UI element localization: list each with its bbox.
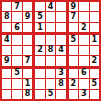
cell-r3c8: 2 (79, 23, 88, 32)
cell-r7c3[interactable] (23, 69, 32, 78)
cell-r3c4: 1 (35, 23, 44, 32)
cell-r6c8[interactable] (79, 56, 88, 65)
cell-r2c4: 5 (35, 12, 44, 21)
cell-r4c7: 5 (69, 35, 78, 44)
cell-r1c2: 7 (12, 2, 21, 11)
cell-r7c7[interactable] (69, 69, 78, 78)
cell-r4c3[interactable] (23, 35, 32, 44)
cell-r5c5: 8 (46, 46, 55, 55)
cell-r9c4[interactable] (35, 90, 44, 99)
cell-r4c1: 4 (2, 35, 11, 44)
cell-r6c4[interactable] (35, 56, 44, 65)
cell-r3c6[interactable] (56, 23, 65, 32)
cell-r4c6[interactable] (56, 35, 65, 44)
cell-r8c8[interactable] (79, 79, 88, 88)
cell-r4c5[interactable] (46, 35, 55, 44)
cell-r5c8[interactable] (79, 46, 88, 55)
cell-r6c1: 9 (2, 56, 11, 65)
cell-r1c3[interactable] (23, 2, 32, 11)
cell-r5c2[interactable] (12, 46, 21, 55)
cell-r9c2[interactable] (12, 90, 21, 99)
cell-r4c4[interactable] (35, 35, 44, 44)
cell-r9c6[interactable] (56, 90, 65, 99)
cell-r1c6[interactable] (56, 2, 65, 11)
cell-r8c4[interactable] (35, 79, 44, 88)
cell-r8c5[interactable] (46, 79, 55, 88)
cell-r5c7[interactable] (69, 46, 78, 55)
cell-r8c7: 2 (69, 79, 78, 88)
cell-r6c3: 7 (23, 56, 32, 65)
cell-r7c2: 5 (12, 69, 21, 78)
cell-r9c7[interactable] (69, 90, 78, 99)
cell-r7c8: 6 (79, 69, 88, 78)
cell-r4c8[interactable] (79, 35, 88, 44)
cell-r8c2[interactable] (12, 79, 21, 88)
cell-r1c1[interactable] (2, 2, 11, 11)
cell-r9c8: 3 (79, 90, 88, 99)
cell-r6c7[interactable] (69, 56, 78, 65)
cell-r9c9[interactable] (90, 90, 99, 99)
cell-r3c9[interactable] (90, 23, 99, 32)
sudoku-board: 74989576124512849725361825853 (0, 0, 101, 101)
cell-r3c1[interactable] (2, 23, 11, 32)
cell-r8c1[interactable] (2, 79, 11, 88)
cell-r3c7[interactable] (69, 23, 78, 32)
cell-r9c3: 8 (23, 90, 32, 99)
cell-r3c3[interactable] (23, 23, 32, 32)
cell-r9c1[interactable] (2, 90, 11, 99)
cell-r7c6: 3 (56, 69, 65, 78)
cell-r7c1[interactable] (2, 69, 11, 78)
cell-r3c2: 6 (12, 23, 21, 32)
cell-r1c7: 9 (69, 2, 78, 11)
cell-r9c5: 5 (46, 90, 55, 99)
cell-r1c8[interactable] (79, 2, 88, 11)
cell-r7c5[interactable] (46, 69, 55, 78)
cell-r2c1: 8 (2, 12, 11, 21)
cell-r1c9[interactable] (90, 2, 99, 11)
cell-r2c2[interactable] (12, 12, 21, 21)
cell-r1c4[interactable] (35, 2, 44, 11)
cell-r8c3: 1 (23, 79, 32, 88)
cell-r7c9[interactable] (90, 69, 99, 78)
cell-r5c6: 4 (56, 46, 65, 55)
cell-r2c8[interactable] (79, 12, 88, 21)
cell-r1c5: 4 (46, 2, 55, 11)
cell-r2c9[interactable] (90, 12, 99, 21)
cell-r2c3: 9 (23, 12, 32, 21)
cell-r5c4: 2 (35, 46, 44, 55)
cell-r6c9: 2 (90, 56, 99, 65)
cell-r4c2[interactable] (12, 35, 21, 44)
cell-r5c9[interactable] (90, 46, 99, 55)
cell-r4c9: 1 (90, 35, 99, 44)
cell-r8c9: 5 (90, 79, 99, 88)
cell-r7c4[interactable] (35, 69, 44, 78)
cell-r6c6[interactable] (56, 56, 65, 65)
cell-r8c6: 8 (56, 79, 65, 88)
cell-r2c6[interactable] (56, 12, 65, 21)
cell-r5c1[interactable] (2, 46, 11, 55)
cell-r2c7: 7 (69, 12, 78, 21)
cell-r6c2[interactable] (12, 56, 21, 65)
cell-r6c5[interactable] (46, 56, 55, 65)
cell-r3c5[interactable] (46, 23, 55, 32)
cell-r2c5[interactable] (46, 12, 55, 21)
cell-r5c3[interactable] (23, 46, 32, 55)
